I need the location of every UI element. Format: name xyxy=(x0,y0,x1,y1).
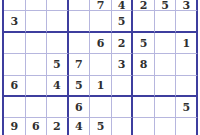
cell-r4c1[interactable] xyxy=(4,54,26,76)
cell-r2c7[interactable] xyxy=(133,11,155,33)
sudoku-page: 7 4 2 5 3 3 5 6 2 5 1 5 7 3 8 6 xyxy=(0,0,200,135)
cell-r7c3[interactable]: 2 xyxy=(47,118,69,135)
cell-r3c3[interactable] xyxy=(47,33,69,54)
cell-r2c1[interactable]: 3 xyxy=(4,11,26,33)
cell-r2c5[interactable] xyxy=(90,11,112,33)
cell-r6c4[interactable]: 6 xyxy=(69,97,91,118)
cell-r4c8[interactable] xyxy=(155,54,177,76)
cell-r2c6[interactable]: 5 xyxy=(112,11,134,33)
cell-r1c3[interactable] xyxy=(47,0,69,11)
sudoku-board: 7 4 2 5 3 3 5 6 2 5 1 5 7 3 8 6 xyxy=(2,0,198,135)
cell-r4c4[interactable]: 7 xyxy=(69,54,91,76)
cell-r3c1[interactable] xyxy=(4,33,26,54)
cell-r3c9[interactable]: 1 xyxy=(176,33,198,54)
cell-r3c6[interactable]: 2 xyxy=(112,33,134,54)
cell-r1c4[interactable] xyxy=(69,0,91,11)
cell-r6c1[interactable] xyxy=(4,97,26,118)
cell-r4c3[interactable]: 5 xyxy=(47,54,69,76)
cell-r1c2[interactable] xyxy=(26,0,48,11)
cell-r7c7[interactable] xyxy=(133,118,155,135)
cell-r5c4[interactable]: 5 xyxy=(69,76,91,97)
cell-r5c6[interactable] xyxy=(112,76,134,97)
cell-r2c4[interactable] xyxy=(69,11,91,33)
cell-r1c6[interactable]: 4 xyxy=(112,0,134,11)
cell-r6c5[interactable] xyxy=(90,97,112,118)
cell-r6c6[interactable] xyxy=(112,97,134,118)
cell-r1c1[interactable] xyxy=(4,0,26,11)
cell-r3c4[interactable] xyxy=(69,33,91,54)
cell-r6c2[interactable] xyxy=(26,97,48,118)
cell-r3c2[interactable] xyxy=(26,33,48,54)
cell-r2c8[interactable] xyxy=(155,11,177,33)
cell-r3c5[interactable]: 6 xyxy=(90,33,112,54)
cell-r4c6[interactable]: 3 xyxy=(112,54,134,76)
cell-r7c5[interactable]: 5 xyxy=(90,118,112,135)
cell-r7c4[interactable]: 4 xyxy=(69,118,91,135)
cell-r2c2[interactable] xyxy=(26,11,48,33)
cell-r7c2[interactable]: 6 xyxy=(26,118,48,135)
cell-r3c7[interactable]: 5 xyxy=(133,33,155,54)
cell-r6c7[interactable] xyxy=(133,97,155,118)
cell-r2c3[interactable] xyxy=(47,11,69,33)
cell-r1c8[interactable]: 5 xyxy=(155,0,177,11)
cell-r6c9[interactable]: 5 xyxy=(176,97,198,118)
cell-r5c2[interactable] xyxy=(26,76,48,97)
cell-r7c6[interactable] xyxy=(112,118,134,135)
cell-r1c5[interactable]: 7 xyxy=(90,0,112,11)
cell-r5c7[interactable] xyxy=(133,76,155,97)
cell-r3c8[interactable] xyxy=(155,33,177,54)
cell-r5c8[interactable] xyxy=(155,76,177,97)
cell-r4c7[interactable]: 8 xyxy=(133,54,155,76)
cell-r2c9[interactable] xyxy=(176,11,198,33)
cell-r5c3[interactable]: 4 xyxy=(47,76,69,97)
cell-r6c8[interactable] xyxy=(155,97,177,118)
cell-r4c5[interactable] xyxy=(90,54,112,76)
cell-r4c2[interactable] xyxy=(26,54,48,76)
cell-r5c9[interactable] xyxy=(176,76,198,97)
cell-r7c8[interactable] xyxy=(155,118,177,135)
cell-r1c7[interactable]: 2 xyxy=(133,0,155,11)
cell-r7c1[interactable]: 9 xyxy=(4,118,26,135)
cell-r4c9[interactable] xyxy=(176,54,198,76)
cell-r1c9[interactable]: 3 xyxy=(176,0,198,11)
cell-r5c5[interactable]: 1 xyxy=(90,76,112,97)
cell-r5c1[interactable]: 6 xyxy=(4,76,26,97)
cell-r7c9[interactable] xyxy=(176,118,198,135)
cell-r6c3[interactable] xyxy=(47,97,69,118)
